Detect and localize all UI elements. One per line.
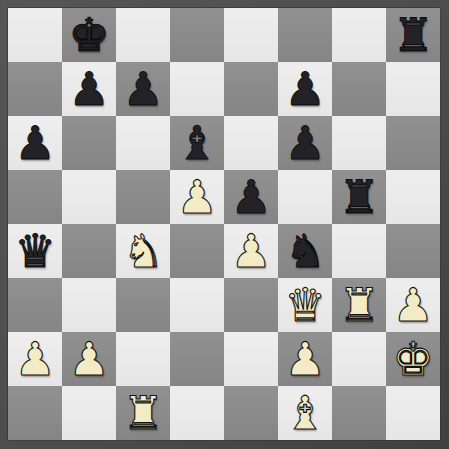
square-g1[interactable] [332,386,386,440]
square-f8[interactable] [278,8,332,62]
square-b3[interactable] [62,278,116,332]
square-d1[interactable] [170,386,224,440]
square-a3[interactable] [8,278,62,332]
square-d5[interactable]: ♟ [170,170,224,224]
white-bishop[interactable]: ♝ [284,386,325,440]
black-pawn[interactable]: ♟ [284,116,325,170]
square-g5[interactable]: ♜ [332,170,386,224]
square-g6[interactable] [332,116,386,170]
white-pawn[interactable]: ♟ [68,332,109,386]
square-h2[interactable]: ♚ [386,332,440,386]
black-rook[interactable]: ♜ [338,170,379,224]
square-c1[interactable]: ♜ [116,386,170,440]
square-e2[interactable] [224,332,278,386]
square-f3[interactable]: ♛ [278,278,332,332]
square-d2[interactable] [170,332,224,386]
square-g7[interactable] [332,62,386,116]
white-knight[interactable]: ♞ [122,224,163,278]
white-king[interactable]: ♚ [392,332,433,386]
white-rook[interactable]: ♜ [122,386,163,440]
square-e3[interactable] [224,278,278,332]
square-a6[interactable]: ♟ [8,116,62,170]
black-pawn[interactable]: ♟ [122,62,163,116]
black-pawn[interactable]: ♟ [230,170,271,224]
square-h5[interactable] [386,170,440,224]
black-king[interactable]: ♚ [68,8,109,62]
square-c6[interactable] [116,116,170,170]
square-b5[interactable] [62,170,116,224]
square-b2[interactable]: ♟ [62,332,116,386]
square-a5[interactable] [8,170,62,224]
square-f1[interactable]: ♝ [278,386,332,440]
black-pawn[interactable]: ♟ [68,62,109,116]
square-c8[interactable] [116,8,170,62]
square-h8[interactable]: ♜ [386,8,440,62]
square-a1[interactable] [8,386,62,440]
square-c4[interactable]: ♞ [116,224,170,278]
square-a2[interactable]: ♟ [8,332,62,386]
white-pawn[interactable]: ♟ [284,332,325,386]
square-h6[interactable] [386,116,440,170]
black-bishop[interactable]: ♝ [176,116,217,170]
square-c2[interactable] [116,332,170,386]
square-b1[interactable] [62,386,116,440]
black-rook[interactable]: ♜ [392,8,433,62]
square-c7[interactable]: ♟ [116,62,170,116]
square-e1[interactable] [224,386,278,440]
white-pawn[interactable]: ♟ [230,224,271,278]
square-d4[interactable] [170,224,224,278]
square-b4[interactable] [62,224,116,278]
square-g8[interactable] [332,8,386,62]
square-c3[interactable] [116,278,170,332]
black-knight[interactable]: ♞ [284,224,325,278]
white-pawn[interactable]: ♟ [392,278,433,332]
square-f5[interactable] [278,170,332,224]
square-f2[interactable]: ♟ [278,332,332,386]
square-d6[interactable]: ♝ [170,116,224,170]
black-pawn[interactable]: ♟ [284,62,325,116]
square-h4[interactable] [386,224,440,278]
chess-board: ♚♜♟♟♟♟♝♟♟♟♜♛♞♟♞♛♜♟♟♟♟♚♜♝ [8,8,440,440]
square-e5[interactable]: ♟ [224,170,278,224]
black-pawn[interactable]: ♟ [14,116,55,170]
square-g3[interactable]: ♜ [332,278,386,332]
square-b6[interactable] [62,116,116,170]
square-f7[interactable]: ♟ [278,62,332,116]
white-queen[interactable]: ♛ [284,278,325,332]
square-e8[interactable] [224,8,278,62]
square-e6[interactable] [224,116,278,170]
square-g4[interactable] [332,224,386,278]
square-g2[interactable] [332,332,386,386]
square-b7[interactable]: ♟ [62,62,116,116]
square-b8[interactable]: ♚ [62,8,116,62]
square-e4[interactable]: ♟ [224,224,278,278]
square-e7[interactable] [224,62,278,116]
square-h3[interactable]: ♟ [386,278,440,332]
square-f6[interactable]: ♟ [278,116,332,170]
board-frame: ♚♜♟♟♟♟♝♟♟♟♜♛♞♟♞♛♜♟♟♟♟♚♜♝ [0,0,449,449]
white-pawn[interactable]: ♟ [14,332,55,386]
white-pawn[interactable]: ♟ [176,170,217,224]
square-f4[interactable]: ♞ [278,224,332,278]
square-d8[interactable] [170,8,224,62]
white-rook[interactable]: ♜ [338,278,379,332]
square-c5[interactable] [116,170,170,224]
square-h7[interactable] [386,62,440,116]
square-d3[interactable] [170,278,224,332]
square-a7[interactable] [8,62,62,116]
square-a4[interactable]: ♛ [8,224,62,278]
square-a8[interactable] [8,8,62,62]
black-queen[interactable]: ♛ [14,224,55,278]
square-d7[interactable] [170,62,224,116]
square-h1[interactable] [386,386,440,440]
